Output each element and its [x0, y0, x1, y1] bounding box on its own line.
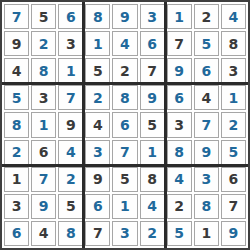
cell-r3c1[interactable]: 4: [4, 58, 29, 83]
cell-r9c6[interactable]: 2: [140, 221, 165, 246]
cell-r7c9[interactable]: 6: [221, 167, 246, 192]
cell-r4c8[interactable]: 4: [194, 85, 219, 110]
cell-r2c4[interactable]: 1: [85, 31, 110, 56]
cell-r9c5[interactable]: 3: [112, 221, 137, 246]
cell-r7c4[interactable]: 9: [85, 167, 110, 192]
cell-r1c2[interactable]: 5: [31, 4, 56, 29]
cell-r8c6[interactable]: 4: [140, 194, 165, 219]
cell-r6c4[interactable]: 3: [85, 140, 110, 165]
cell-r9c8[interactable]: 1: [194, 221, 219, 246]
cell-r8c7[interactable]: 2: [167, 194, 192, 219]
cell-r1c9[interactable]: 4: [221, 4, 246, 29]
cell-r5c2[interactable]: 1: [31, 112, 56, 137]
cell-r3c3[interactable]: 1: [58, 58, 83, 83]
cell-r1c1[interactable]: 7: [4, 4, 29, 29]
cell-r1c4[interactable]: 8: [85, 4, 110, 29]
cell-r7c1[interactable]: 1: [4, 167, 29, 192]
cell-r8c9[interactable]: 7: [221, 194, 246, 219]
cell-r9c1[interactable]: 6: [4, 221, 29, 246]
cell-r5c3[interactable]: 9: [58, 112, 83, 137]
cell-r3c2[interactable]: 8: [31, 58, 56, 83]
cell-r9c2[interactable]: 4: [31, 221, 56, 246]
cell-r7c6[interactable]: 8: [140, 167, 165, 192]
cell-r1c6[interactable]: 3: [140, 4, 165, 29]
cell-r5c9[interactable]: 2: [221, 112, 246, 137]
sudoku-board: 7568931249231467584815279635372896418194…: [0, 0, 250, 250]
cell-r8c1[interactable]: 3: [4, 194, 29, 219]
cell-r8c2[interactable]: 9: [31, 194, 56, 219]
cell-r6c1[interactable]: 2: [4, 140, 29, 165]
cell-r5c6[interactable]: 5: [140, 112, 165, 137]
cell-r2c1[interactable]: 9: [4, 31, 29, 56]
cell-r1c8[interactable]: 2: [194, 4, 219, 29]
cell-r1c7[interactable]: 1: [167, 4, 192, 29]
cell-r4c1[interactable]: 5: [4, 85, 29, 110]
cell-r5c8[interactable]: 7: [194, 112, 219, 137]
cell-r6c6[interactable]: 1: [140, 140, 165, 165]
cell-r6c9[interactable]: 5: [221, 140, 246, 165]
cell-r2c5[interactable]: 4: [112, 31, 137, 56]
cell-r1c5[interactable]: 9: [112, 4, 137, 29]
cell-r9c7[interactable]: 5: [167, 221, 192, 246]
cell-r2c2[interactable]: 2: [31, 31, 56, 56]
cell-r6c2[interactable]: 6: [31, 140, 56, 165]
cell-r8c5[interactable]: 1: [112, 194, 137, 219]
cell-r5c1[interactable]: 8: [4, 112, 29, 137]
cell-r4c2[interactable]: 3: [31, 85, 56, 110]
cell-r6c7[interactable]: 8: [167, 140, 192, 165]
cell-r2c8[interactable]: 5: [194, 31, 219, 56]
cell-r2c9[interactable]: 8: [221, 31, 246, 56]
cell-r7c2[interactable]: 7: [31, 167, 56, 192]
cell-r5c7[interactable]: 3: [167, 112, 192, 137]
cell-r6c3[interactable]: 4: [58, 140, 83, 165]
cell-r7c5[interactable]: 5: [112, 167, 137, 192]
cell-r4c6[interactable]: 9: [140, 85, 165, 110]
cell-r9c9[interactable]: 9: [221, 221, 246, 246]
cell-r4c5[interactable]: 8: [112, 85, 137, 110]
cell-r3c8[interactable]: 6: [194, 58, 219, 83]
cell-r4c9[interactable]: 1: [221, 85, 246, 110]
cell-r7c8[interactable]: 3: [194, 167, 219, 192]
cell-r3c6[interactable]: 7: [140, 58, 165, 83]
cell-r3c7[interactable]: 9: [167, 58, 192, 83]
cell-r6c8[interactable]: 9: [194, 140, 219, 165]
cell-r5c5[interactable]: 6: [112, 112, 137, 137]
cell-r3c4[interactable]: 5: [85, 58, 110, 83]
cell-r3c9[interactable]: 3: [221, 58, 246, 83]
cell-r1c3[interactable]: 6: [58, 4, 83, 29]
cell-r7c3[interactable]: 2: [58, 167, 83, 192]
cell-r2c7[interactable]: 7: [167, 31, 192, 56]
cell-r9c3[interactable]: 8: [58, 221, 83, 246]
cell-r4c7[interactable]: 6: [167, 85, 192, 110]
cell-r4c3[interactable]: 7: [58, 85, 83, 110]
cell-r8c3[interactable]: 5: [58, 194, 83, 219]
cell-r5c4[interactable]: 4: [85, 112, 110, 137]
cell-r8c4[interactable]: 6: [85, 194, 110, 219]
cell-r4c4[interactable]: 2: [85, 85, 110, 110]
cell-r3c5[interactable]: 2: [112, 58, 137, 83]
cell-r2c3[interactable]: 3: [58, 31, 83, 56]
cell-r2c6[interactable]: 6: [140, 31, 165, 56]
cell-r7c7[interactable]: 4: [167, 167, 192, 192]
cell-r9c4[interactable]: 7: [85, 221, 110, 246]
cell-r8c8[interactable]: 8: [194, 194, 219, 219]
cell-r6c5[interactable]: 7: [112, 140, 137, 165]
